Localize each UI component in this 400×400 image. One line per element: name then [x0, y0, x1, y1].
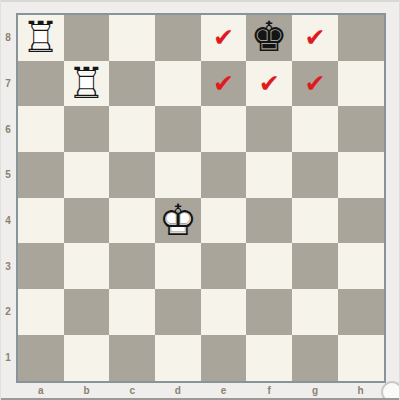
- square-c7[interactable]: [109, 61, 155, 107]
- square-f2[interactable]: [246, 289, 292, 335]
- rank-label-6: 6: [0, 106, 16, 152]
- square-d5[interactable]: [155, 152, 201, 198]
- left-edge-divider: [0, 0, 1, 400]
- square-g1[interactable]: [292, 335, 338, 381]
- square-a4[interactable]: [18, 198, 64, 244]
- square-d3[interactable]: [155, 243, 201, 289]
- file-label-g: g: [292, 383, 338, 398]
- square-e8[interactable]: ✔: [201, 15, 247, 61]
- square-h8[interactable]: [338, 15, 384, 61]
- file-label-a: a: [18, 383, 64, 398]
- square-a8[interactable]: ♜♖: [18, 15, 64, 61]
- square-a7[interactable]: [18, 61, 64, 107]
- white-rook-piece: ♜♖: [18, 15, 64, 61]
- square-h2[interactable]: [338, 289, 384, 335]
- square-h3[interactable]: [338, 243, 384, 289]
- square-f4[interactable]: [246, 198, 292, 244]
- white-rook-outline-glyph: ♖: [22, 15, 61, 58]
- square-b6[interactable]: [64, 106, 110, 152]
- square-d1[interactable]: [155, 335, 201, 381]
- checkmark-icon: ✔: [292, 61, 338, 107]
- file-label-e: e: [201, 383, 247, 398]
- rank-label-4: 4: [0, 198, 16, 244]
- white-king-outline-glyph: ♔: [159, 198, 198, 241]
- rank-label-3: 3: [0, 243, 16, 289]
- square-e3[interactable]: [201, 243, 247, 289]
- square-b2[interactable]: [64, 289, 110, 335]
- square-e6[interactable]: [201, 106, 247, 152]
- square-h4[interactable]: [338, 198, 384, 244]
- white-rook-glyph: ♜: [22, 16, 59, 57]
- square-e1[interactable]: [201, 335, 247, 381]
- square-f7[interactable]: ✔: [246, 61, 292, 107]
- square-g6[interactable]: [292, 106, 338, 152]
- square-g3[interactable]: [292, 243, 338, 289]
- square-c1[interactable]: [109, 335, 155, 381]
- square-g7[interactable]: ✔: [292, 61, 338, 107]
- file-label-f: f: [246, 383, 292, 398]
- checkmark-icon: ✔: [246, 61, 292, 107]
- white-rook-glyph: ♜: [68, 62, 105, 103]
- black-king-piece: ♚: [246, 15, 292, 61]
- square-c8[interactable]: [109, 15, 155, 61]
- square-c6[interactable]: [109, 106, 155, 152]
- square-b3[interactable]: [64, 243, 110, 289]
- square-d2[interactable]: [155, 289, 201, 335]
- file-label-d: d: [155, 383, 201, 398]
- square-f8[interactable]: ♚: [246, 15, 292, 61]
- file-label-b: b: [64, 383, 110, 398]
- square-d7[interactable]: [155, 61, 201, 107]
- square-f5[interactable]: [246, 152, 292, 198]
- square-b8[interactable]: [64, 15, 110, 61]
- square-h1[interactable]: [338, 335, 384, 381]
- top-edge-divider: [0, 0, 400, 2]
- square-b4[interactable]: [64, 198, 110, 244]
- square-h6[interactable]: [338, 106, 384, 152]
- rank-label-8: 8: [0, 15, 16, 61]
- square-f6[interactable]: [246, 106, 292, 152]
- square-g4[interactable]: [292, 198, 338, 244]
- white-king-piece: ♚♔: [155, 198, 201, 244]
- square-e7[interactable]: ✔: [201, 61, 247, 107]
- square-c3[interactable]: [109, 243, 155, 289]
- white-king-glyph: ♚: [159, 199, 196, 240]
- square-g2[interactable]: [292, 289, 338, 335]
- square-f1[interactable]: [246, 335, 292, 381]
- chess-board[interactable]: ♜♖✔♚✔♜♖✔✔✔♚♔: [16, 13, 386, 383]
- square-c5[interactable]: [109, 152, 155, 198]
- checkmark-icon: ✔: [201, 61, 247, 107]
- square-e5[interactable]: [201, 152, 247, 198]
- file-labels: abcdefgh: [18, 383, 384, 398]
- square-a6[interactable]: [18, 106, 64, 152]
- square-e4[interactable]: [201, 198, 247, 244]
- square-d8[interactable]: [155, 15, 201, 61]
- square-b5[interactable]: [64, 152, 110, 198]
- checkmark-icon: ✔: [201, 15, 247, 61]
- square-h5[interactable]: [338, 152, 384, 198]
- rank-label-2: 2: [0, 289, 16, 335]
- square-a1[interactable]: [18, 335, 64, 381]
- square-e2[interactable]: [201, 289, 247, 335]
- black-king-glyph: ♚: [251, 16, 288, 57]
- rank-label-5: 5: [0, 152, 16, 198]
- rank-label-7: 7: [0, 61, 16, 107]
- checkmark-icon: ✔: [292, 15, 338, 61]
- chess-trainer-stage: 87654321 ♜♖✔♚✔♜♖✔✔✔♚♔ abcdefgh: [0, 0, 400, 400]
- rank-labels: 87654321: [0, 15, 16, 381]
- rank-label-1: 1: [0, 335, 16, 381]
- square-a2[interactable]: [18, 289, 64, 335]
- square-b7[interactable]: ♜♖: [64, 61, 110, 107]
- white-rook-piece: ♜♖: [64, 61, 110, 107]
- square-c4[interactable]: [109, 198, 155, 244]
- square-h7[interactable]: [338, 61, 384, 107]
- file-label-c: c: [109, 383, 155, 398]
- square-f3[interactable]: [246, 243, 292, 289]
- square-g8[interactable]: ✔: [292, 15, 338, 61]
- file-label-h: h: [338, 383, 384, 398]
- square-a3[interactable]: [18, 243, 64, 289]
- square-c2[interactable]: [109, 289, 155, 335]
- square-g5[interactable]: [292, 152, 338, 198]
- square-a5[interactable]: [18, 152, 64, 198]
- square-b1[interactable]: [64, 335, 110, 381]
- square-d6[interactable]: [155, 106, 201, 152]
- square-d4[interactable]: ♚♔: [155, 198, 201, 244]
- white-rook-outline-glyph: ♖: [67, 61, 106, 104]
